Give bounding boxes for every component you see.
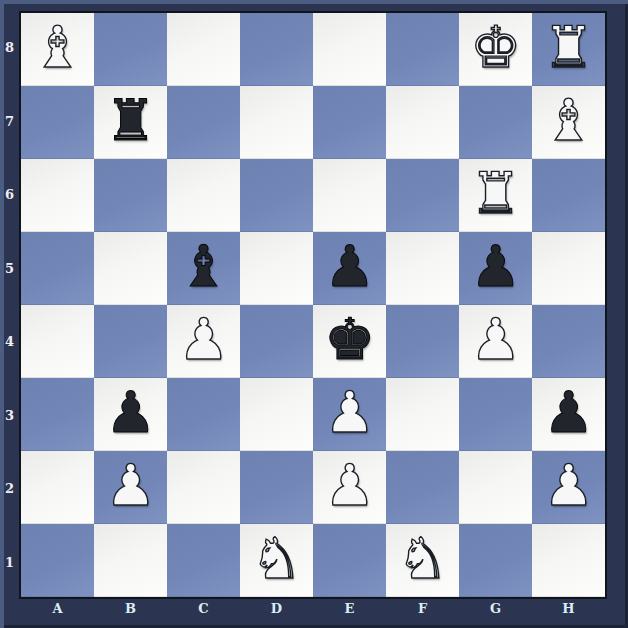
square-c7[interactable] [167, 86, 240, 159]
file-label-H: H [532, 601, 605, 623]
white-pawn-h2[interactable]: ♟ [543, 457, 594, 514]
square-e5[interactable]: ♟ [313, 232, 386, 305]
white-pawn-b2[interactable]: ♟ [105, 457, 156, 514]
square-h7[interactable]: ♝ [532, 86, 605, 159]
square-d8[interactable] [240, 13, 313, 86]
square-f4[interactable] [386, 305, 459, 378]
square-g3[interactable] [459, 378, 532, 451]
square-d4[interactable] [240, 305, 313, 378]
square-e4[interactable]: ♚ [313, 305, 386, 378]
square-e6[interactable] [313, 159, 386, 232]
white-pawn-e2[interactable]: ♟ [324, 457, 375, 514]
white-king-g8[interactable]: ♚ [470, 19, 521, 76]
square-g5[interactable]: ♟ [459, 232, 532, 305]
square-h8[interactable]: ♜ [532, 13, 605, 86]
square-f1[interactable]: ♞ [386, 524, 459, 597]
black-bishop-c5[interactable]: ♝ [178, 238, 229, 295]
square-b2[interactable]: ♟ [94, 451, 167, 524]
black-king-e4[interactable]: ♚ [324, 311, 375, 368]
file-labels: ABCDEFGH [21, 601, 605, 623]
rank-label-1: 1 [0, 526, 19, 600]
square-a6[interactable] [21, 159, 94, 232]
white-knight-d1[interactable]: ♞ [251, 530, 302, 587]
square-g8[interactable]: ♚ [459, 13, 532, 86]
file-label-B: B [94, 601, 167, 623]
square-f8[interactable] [386, 13, 459, 86]
square-h4[interactable] [532, 305, 605, 378]
square-h1[interactable] [532, 524, 605, 597]
file-label-C: C [167, 601, 240, 623]
square-h3[interactable]: ♟ [532, 378, 605, 451]
black-pawn-h3[interactable]: ♟ [543, 384, 594, 441]
square-c4[interactable]: ♟ [167, 305, 240, 378]
square-b1[interactable] [94, 524, 167, 597]
square-c2[interactable] [167, 451, 240, 524]
white-pawn-g4[interactable]: ♟ [470, 311, 521, 368]
square-h5[interactable] [532, 232, 605, 305]
square-c1[interactable] [167, 524, 240, 597]
square-g1[interactable] [459, 524, 532, 597]
white-rook-g6[interactable]: ♜ [470, 165, 521, 222]
black-pawn-b3[interactable]: ♟ [105, 384, 156, 441]
file-label-E: E [313, 601, 386, 623]
chess-board: ♝♚♜♜♝♜♝♟♟♟♚♟♟♟♟♟♟♟♞♞ [19, 11, 607, 599]
square-a2[interactable] [21, 451, 94, 524]
white-bishop-h7[interactable]: ♝ [543, 92, 594, 149]
square-g7[interactable] [459, 86, 532, 159]
square-g2[interactable] [459, 451, 532, 524]
square-f7[interactable] [386, 86, 459, 159]
square-b3[interactable]: ♟ [94, 378, 167, 451]
black-pawn-g5[interactable]: ♟ [470, 238, 521, 295]
square-a7[interactable] [21, 86, 94, 159]
square-c3[interactable] [167, 378, 240, 451]
square-a8[interactable]: ♝ [21, 13, 94, 86]
square-c6[interactable] [167, 159, 240, 232]
rank-label-7: 7 [0, 85, 19, 159]
white-pawn-e3[interactable]: ♟ [324, 384, 375, 441]
square-d2[interactable] [240, 451, 313, 524]
file-label-G: G [459, 601, 532, 623]
white-pawn-c4[interactable]: ♟ [178, 311, 229, 368]
square-b7[interactable]: ♜ [94, 86, 167, 159]
square-f3[interactable] [386, 378, 459, 451]
square-h2[interactable]: ♟ [532, 451, 605, 524]
square-h6[interactable] [532, 159, 605, 232]
rank-labels: 87654321 [0, 11, 19, 599]
rank-label-8: 8 [0, 11, 19, 85]
square-d6[interactable] [240, 159, 313, 232]
rank-label-5: 5 [0, 232, 19, 306]
rank-label-4: 4 [0, 305, 19, 379]
square-a3[interactable] [21, 378, 94, 451]
square-e8[interactable] [313, 13, 386, 86]
square-a5[interactable] [21, 232, 94, 305]
file-label-D: D [240, 601, 313, 623]
square-c5[interactable]: ♝ [167, 232, 240, 305]
square-d5[interactable] [240, 232, 313, 305]
square-a4[interactable] [21, 305, 94, 378]
square-f2[interactable] [386, 451, 459, 524]
white-rook-h8[interactable]: ♜ [543, 19, 594, 76]
square-f6[interactable] [386, 159, 459, 232]
black-rook-b7[interactable]: ♜ [105, 92, 156, 149]
square-b8[interactable] [94, 13, 167, 86]
square-b6[interactable] [94, 159, 167, 232]
square-f5[interactable] [386, 232, 459, 305]
square-d3[interactable] [240, 378, 313, 451]
square-e3[interactable]: ♟ [313, 378, 386, 451]
rank-label-2: 2 [0, 452, 19, 526]
square-g6[interactable]: ♜ [459, 159, 532, 232]
white-knight-f1[interactable]: ♞ [397, 530, 448, 587]
square-b5[interactable] [94, 232, 167, 305]
square-e1[interactable] [313, 524, 386, 597]
file-label-A: A [21, 601, 94, 623]
square-e7[interactable] [313, 86, 386, 159]
black-pawn-e5[interactable]: ♟ [324, 238, 375, 295]
square-g4[interactable]: ♟ [459, 305, 532, 378]
square-e2[interactable]: ♟ [313, 451, 386, 524]
rank-label-3: 3 [0, 379, 19, 453]
square-d1[interactable]: ♞ [240, 524, 313, 597]
white-bishop-a8[interactable]: ♝ [32, 19, 83, 76]
file-label-F: F [386, 601, 459, 623]
square-a1[interactable] [21, 524, 94, 597]
square-b4[interactable] [94, 305, 167, 378]
rank-label-6: 6 [0, 158, 19, 232]
square-c8[interactable] [167, 13, 240, 86]
square-d7[interactable] [240, 86, 313, 159]
chess-diagram-window: 87654321 ♝♚♜♜♝♜♝♟♟♟♚♟♟♟♟♟♟♟♞♞ ABCDEFGH [0, 0, 628, 628]
